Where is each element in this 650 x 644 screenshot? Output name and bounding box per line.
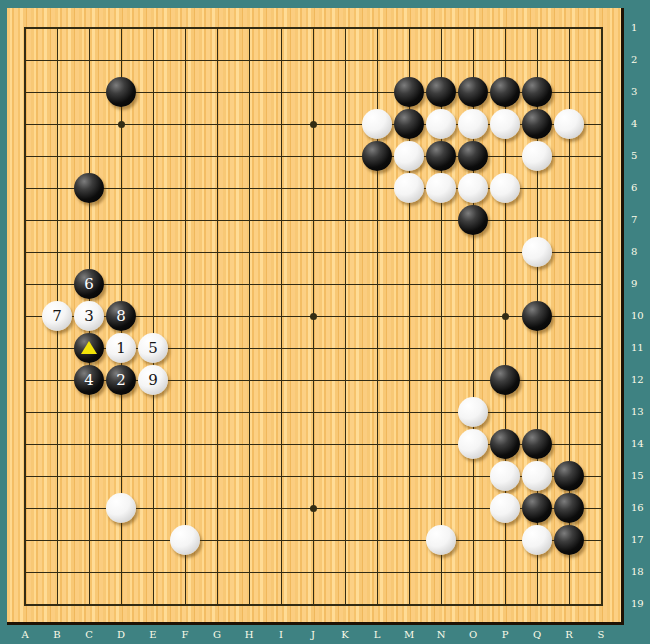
intersection-A4[interactable] (9, 108, 41, 140)
intersection-Q2[interactable] (521, 44, 553, 76)
intersection-L9[interactable] (361, 268, 393, 300)
intersection-E14[interactable] (137, 428, 169, 460)
intersection-K10[interactable] (329, 300, 361, 332)
intersection-Q13[interactable] (521, 396, 553, 428)
intersection-Q17[interactable] (521, 524, 553, 556)
intersection-A10[interactable] (9, 300, 41, 332)
intersection-B17[interactable] (41, 524, 73, 556)
intersection-R19[interactable] (553, 588, 585, 620)
intersection-K6[interactable] (329, 172, 361, 204)
intersection-B1[interactable] (41, 12, 73, 44)
intersection-N12[interactable] (425, 364, 457, 396)
intersection-I6[interactable] (265, 172, 297, 204)
intersection-I4[interactable] (265, 108, 297, 140)
intersection-D18[interactable] (105, 556, 137, 588)
intersection-O16[interactable] (457, 492, 489, 524)
intersection-B11[interactable] (41, 332, 73, 364)
intersection-P12[interactable] (489, 364, 521, 396)
intersection-F11[interactable] (169, 332, 201, 364)
intersection-C12[interactable]: 4 (73, 364, 105, 396)
intersection-F2[interactable] (169, 44, 201, 76)
intersection-M2[interactable] (393, 44, 425, 76)
intersection-R10[interactable] (553, 300, 585, 332)
intersection-E12[interactable]: 9 (137, 364, 169, 396)
intersection-H6[interactable] (233, 172, 265, 204)
intersection-N13[interactable] (425, 396, 457, 428)
intersection-G19[interactable] (201, 588, 233, 620)
intersection-B9[interactable] (41, 268, 73, 300)
intersection-R4[interactable] (553, 108, 585, 140)
intersection-J15[interactable] (297, 460, 329, 492)
intersection-O6[interactable] (457, 172, 489, 204)
intersection-F7[interactable] (169, 204, 201, 236)
intersection-S19[interactable] (585, 588, 617, 620)
intersection-F12[interactable] (169, 364, 201, 396)
intersection-D15[interactable] (105, 460, 137, 492)
intersection-F18[interactable] (169, 556, 201, 588)
intersection-L7[interactable] (361, 204, 393, 236)
intersection-E9[interactable] (137, 268, 169, 300)
intersection-H4[interactable] (233, 108, 265, 140)
intersection-R6[interactable] (553, 172, 585, 204)
intersection-C8[interactable] (73, 236, 105, 268)
intersection-E4[interactable] (137, 108, 169, 140)
intersection-C10[interactable]: 3 (73, 300, 105, 332)
intersection-L16[interactable] (361, 492, 393, 524)
intersection-M7[interactable] (393, 204, 425, 236)
intersection-B2[interactable] (41, 44, 73, 76)
intersection-E10[interactable] (137, 300, 169, 332)
intersection-B12[interactable] (41, 364, 73, 396)
intersection-I2[interactable] (265, 44, 297, 76)
intersection-D7[interactable] (105, 204, 137, 236)
intersection-A18[interactable] (9, 556, 41, 588)
intersection-E19[interactable] (137, 588, 169, 620)
intersection-Q16[interactable] (521, 492, 553, 524)
intersection-J13[interactable] (297, 396, 329, 428)
intersection-R13[interactable] (553, 396, 585, 428)
intersection-S11[interactable] (585, 332, 617, 364)
intersection-B6[interactable] (41, 172, 73, 204)
intersection-D17[interactable] (105, 524, 137, 556)
intersection-L4[interactable] (361, 108, 393, 140)
intersection-E13[interactable] (137, 396, 169, 428)
intersection-O13[interactable] (457, 396, 489, 428)
intersection-B8[interactable] (41, 236, 73, 268)
intersection-L13[interactable] (361, 396, 393, 428)
intersection-J4[interactable] (297, 108, 329, 140)
intersection-F5[interactable] (169, 140, 201, 172)
intersection-I5[interactable] (265, 140, 297, 172)
intersection-K1[interactable] (329, 12, 361, 44)
intersection-J16[interactable] (297, 492, 329, 524)
intersection-K19[interactable] (329, 588, 361, 620)
intersection-C1[interactable] (73, 12, 105, 44)
intersection-Q18[interactable] (521, 556, 553, 588)
intersection-E8[interactable] (137, 236, 169, 268)
intersection-C2[interactable] (73, 44, 105, 76)
intersection-A5[interactable] (9, 140, 41, 172)
intersection-B16[interactable] (41, 492, 73, 524)
intersection-S2[interactable] (585, 44, 617, 76)
intersection-S18[interactable] (585, 556, 617, 588)
intersection-C3[interactable] (73, 76, 105, 108)
intersection-A9[interactable] (9, 268, 41, 300)
intersection-S16[interactable] (585, 492, 617, 524)
intersection-D13[interactable] (105, 396, 137, 428)
intersection-A6[interactable] (9, 172, 41, 204)
intersection-M4[interactable] (393, 108, 425, 140)
intersection-H19[interactable] (233, 588, 265, 620)
intersection-I11[interactable] (265, 332, 297, 364)
intersection-R9[interactable] (553, 268, 585, 300)
intersection-G14[interactable] (201, 428, 233, 460)
intersection-E6[interactable] (137, 172, 169, 204)
intersection-N1[interactable] (425, 12, 457, 44)
intersection-G13[interactable] (201, 396, 233, 428)
intersection-S3[interactable] (585, 76, 617, 108)
intersection-N9[interactable] (425, 268, 457, 300)
intersection-R15[interactable] (553, 460, 585, 492)
intersection-S14[interactable] (585, 428, 617, 460)
intersection-Q11[interactable] (521, 332, 553, 364)
intersection-D3[interactable] (105, 76, 137, 108)
intersection-L19[interactable] (361, 588, 393, 620)
intersection-J19[interactable] (297, 588, 329, 620)
intersection-D16[interactable] (105, 492, 137, 524)
intersection-J8[interactable] (297, 236, 329, 268)
intersection-P11[interactable] (489, 332, 521, 364)
intersection-F16[interactable] (169, 492, 201, 524)
intersection-C7[interactable] (73, 204, 105, 236)
intersection-R11[interactable] (553, 332, 585, 364)
intersection-O18[interactable] (457, 556, 489, 588)
intersection-L12[interactable] (361, 364, 393, 396)
intersection-G10[interactable] (201, 300, 233, 332)
intersection-A16[interactable] (9, 492, 41, 524)
intersection-A2[interactable] (9, 44, 41, 76)
intersection-N17[interactable] (425, 524, 457, 556)
intersection-H14[interactable] (233, 428, 265, 460)
intersection-H12[interactable] (233, 364, 265, 396)
intersection-G11[interactable] (201, 332, 233, 364)
intersection-R5[interactable] (553, 140, 585, 172)
intersection-I1[interactable] (265, 12, 297, 44)
intersection-I13[interactable] (265, 396, 297, 428)
intersection-A3[interactable] (9, 76, 41, 108)
intersection-M16[interactable] (393, 492, 425, 524)
intersection-O3[interactable] (457, 76, 489, 108)
intersection-G15[interactable] (201, 460, 233, 492)
intersection-H17[interactable] (233, 524, 265, 556)
intersection-M13[interactable] (393, 396, 425, 428)
intersection-Q4[interactable] (521, 108, 553, 140)
intersection-P13[interactable] (489, 396, 521, 428)
intersection-H1[interactable] (233, 12, 265, 44)
intersection-B7[interactable] (41, 204, 73, 236)
intersection-Q5[interactable] (521, 140, 553, 172)
intersection-A12[interactable] (9, 364, 41, 396)
intersection-G16[interactable] (201, 492, 233, 524)
intersection-C18[interactable] (73, 556, 105, 588)
intersection-P4[interactable] (489, 108, 521, 140)
intersection-D4[interactable] (105, 108, 137, 140)
intersection-E1[interactable] (137, 12, 169, 44)
intersection-B5[interactable] (41, 140, 73, 172)
intersection-E17[interactable] (137, 524, 169, 556)
intersection-L17[interactable] (361, 524, 393, 556)
intersection-I8[interactable] (265, 236, 297, 268)
intersection-M10[interactable] (393, 300, 425, 332)
intersection-E7[interactable] (137, 204, 169, 236)
intersection-M11[interactable] (393, 332, 425, 364)
intersection-M17[interactable] (393, 524, 425, 556)
intersection-S1[interactable] (585, 12, 617, 44)
intersection-G18[interactable] (201, 556, 233, 588)
intersection-S9[interactable] (585, 268, 617, 300)
intersection-M12[interactable] (393, 364, 425, 396)
intersection-R3[interactable] (553, 76, 585, 108)
intersection-O15[interactable] (457, 460, 489, 492)
intersection-A19[interactable] (9, 588, 41, 620)
intersection-J9[interactable] (297, 268, 329, 300)
intersection-G8[interactable] (201, 236, 233, 268)
intersection-H10[interactable] (233, 300, 265, 332)
intersection-O1[interactable] (457, 12, 489, 44)
intersection-I19[interactable] (265, 588, 297, 620)
intersection-L18[interactable] (361, 556, 393, 588)
intersection-I17[interactable] (265, 524, 297, 556)
intersection-B13[interactable] (41, 396, 73, 428)
intersection-O12[interactable] (457, 364, 489, 396)
intersection-S12[interactable] (585, 364, 617, 396)
intersection-H16[interactable] (233, 492, 265, 524)
intersection-E5[interactable] (137, 140, 169, 172)
intersection-Q14[interactable] (521, 428, 553, 460)
intersection-N3[interactable] (425, 76, 457, 108)
intersection-I18[interactable] (265, 556, 297, 588)
intersection-F10[interactable] (169, 300, 201, 332)
intersection-R16[interactable] (553, 492, 585, 524)
intersection-K7[interactable] (329, 204, 361, 236)
intersection-K3[interactable] (329, 76, 361, 108)
intersection-J2[interactable] (297, 44, 329, 76)
intersection-P10[interactable] (489, 300, 521, 332)
intersection-N4[interactable] (425, 108, 457, 140)
intersection-O10[interactable] (457, 300, 489, 332)
intersection-N2[interactable] (425, 44, 457, 76)
intersection-H3[interactable] (233, 76, 265, 108)
intersection-I14[interactable] (265, 428, 297, 460)
intersection-M6[interactable] (393, 172, 425, 204)
intersection-S8[interactable] (585, 236, 617, 268)
intersection-G9[interactable] (201, 268, 233, 300)
intersection-L1[interactable] (361, 12, 393, 44)
intersection-K17[interactable] (329, 524, 361, 556)
intersection-I9[interactable] (265, 268, 297, 300)
intersection-H9[interactable] (233, 268, 265, 300)
intersection-E15[interactable] (137, 460, 169, 492)
intersection-A17[interactable] (9, 524, 41, 556)
intersection-R18[interactable] (553, 556, 585, 588)
intersection-Q9[interactable] (521, 268, 553, 300)
intersection-Q7[interactable] (521, 204, 553, 236)
intersection-C14[interactable] (73, 428, 105, 460)
intersection-D2[interactable] (105, 44, 137, 76)
intersection-O2[interactable] (457, 44, 489, 76)
intersection-Q19[interactable] (521, 588, 553, 620)
intersection-E2[interactable] (137, 44, 169, 76)
intersection-H8[interactable] (233, 236, 265, 268)
intersection-K2[interactable] (329, 44, 361, 76)
intersection-F14[interactable] (169, 428, 201, 460)
intersection-D14[interactable] (105, 428, 137, 460)
intersection-B19[interactable] (41, 588, 73, 620)
intersection-M19[interactable] (393, 588, 425, 620)
intersection-Q10[interactable] (521, 300, 553, 332)
intersection-K5[interactable] (329, 140, 361, 172)
intersection-L15[interactable] (361, 460, 393, 492)
intersection-G4[interactable] (201, 108, 233, 140)
intersection-F9[interactable] (169, 268, 201, 300)
intersection-F4[interactable] (169, 108, 201, 140)
intersection-H18[interactable] (233, 556, 265, 588)
intersection-O4[interactable] (457, 108, 489, 140)
intersection-L3[interactable] (361, 76, 393, 108)
intersection-O14[interactable] (457, 428, 489, 460)
intersection-F1[interactable] (169, 12, 201, 44)
intersection-Q8[interactable] (521, 236, 553, 268)
intersection-N11[interactable] (425, 332, 457, 364)
intersection-S4[interactable] (585, 108, 617, 140)
intersection-L5[interactable] (361, 140, 393, 172)
intersection-H13[interactable] (233, 396, 265, 428)
intersection-P15[interactable] (489, 460, 521, 492)
intersection-K11[interactable] (329, 332, 361, 364)
intersection-C13[interactable] (73, 396, 105, 428)
intersection-D19[interactable] (105, 588, 137, 620)
intersection-J1[interactable] (297, 12, 329, 44)
intersection-J6[interactable] (297, 172, 329, 204)
intersection-M14[interactable] (393, 428, 425, 460)
intersection-K12[interactable] (329, 364, 361, 396)
intersection-M3[interactable] (393, 76, 425, 108)
intersection-A1[interactable] (9, 12, 41, 44)
intersection-G7[interactable] (201, 204, 233, 236)
intersection-K13[interactable] (329, 396, 361, 428)
intersection-J5[interactable] (297, 140, 329, 172)
intersection-N16[interactable] (425, 492, 457, 524)
intersection-I12[interactable] (265, 364, 297, 396)
intersection-S7[interactable] (585, 204, 617, 236)
intersection-N5[interactable] (425, 140, 457, 172)
intersection-K9[interactable] (329, 268, 361, 300)
intersection-G6[interactable] (201, 172, 233, 204)
intersection-L8[interactable] (361, 236, 393, 268)
intersection-R7[interactable] (553, 204, 585, 236)
intersection-O19[interactable] (457, 588, 489, 620)
intersection-H7[interactable] (233, 204, 265, 236)
intersection-D11[interactable]: 1 (105, 332, 137, 364)
intersection-D6[interactable] (105, 172, 137, 204)
intersection-R1[interactable] (553, 12, 585, 44)
intersection-K15[interactable] (329, 460, 361, 492)
intersection-B14[interactable] (41, 428, 73, 460)
intersection-J14[interactable] (297, 428, 329, 460)
intersection-J12[interactable] (297, 364, 329, 396)
intersection-I16[interactable] (265, 492, 297, 524)
intersection-M5[interactable] (393, 140, 425, 172)
intersection-E3[interactable] (137, 76, 169, 108)
intersection-B10[interactable]: 7 (41, 300, 73, 332)
intersection-F15[interactable] (169, 460, 201, 492)
intersection-L2[interactable] (361, 44, 393, 76)
intersection-H11[interactable] (233, 332, 265, 364)
intersection-L10[interactable] (361, 300, 393, 332)
intersection-R8[interactable] (553, 236, 585, 268)
intersection-K16[interactable] (329, 492, 361, 524)
intersection-D8[interactable] (105, 236, 137, 268)
intersection-N8[interactable] (425, 236, 457, 268)
intersection-N19[interactable] (425, 588, 457, 620)
intersection-M8[interactable] (393, 236, 425, 268)
intersection-C5[interactable] (73, 140, 105, 172)
intersection-B18[interactable] (41, 556, 73, 588)
intersection-F13[interactable] (169, 396, 201, 428)
intersection-Q1[interactable] (521, 12, 553, 44)
intersection-O7[interactable] (457, 204, 489, 236)
intersection-S17[interactable] (585, 524, 617, 556)
intersection-M9[interactable] (393, 268, 425, 300)
intersection-O11[interactable] (457, 332, 489, 364)
intersection-P2[interactable] (489, 44, 521, 76)
intersection-J17[interactable] (297, 524, 329, 556)
intersection-Q3[interactable] (521, 76, 553, 108)
intersection-G17[interactable] (201, 524, 233, 556)
intersection-K8[interactable] (329, 236, 361, 268)
intersection-G3[interactable] (201, 76, 233, 108)
intersection-E11[interactable]: 5 (137, 332, 169, 364)
intersection-H15[interactable] (233, 460, 265, 492)
intersection-P9[interactable] (489, 268, 521, 300)
intersection-C17[interactable] (73, 524, 105, 556)
intersection-J10[interactable] (297, 300, 329, 332)
intersection-A13[interactable] (9, 396, 41, 428)
intersection-K18[interactable] (329, 556, 361, 588)
intersection-S10[interactable] (585, 300, 617, 332)
intersection-O17[interactable] (457, 524, 489, 556)
intersection-S13[interactable] (585, 396, 617, 428)
intersection-C6[interactable] (73, 172, 105, 204)
intersection-D10[interactable]: 8 (105, 300, 137, 332)
intersection-N18[interactable] (425, 556, 457, 588)
intersection-N15[interactable] (425, 460, 457, 492)
intersection-E16[interactable] (137, 492, 169, 524)
intersection-C19[interactable] (73, 588, 105, 620)
intersection-K14[interactable] (329, 428, 361, 460)
intersection-C4[interactable] (73, 108, 105, 140)
intersection-K4[interactable] (329, 108, 361, 140)
intersection-E18[interactable] (137, 556, 169, 588)
intersection-L11[interactable] (361, 332, 393, 364)
intersection-O8[interactable] (457, 236, 489, 268)
intersection-B4[interactable] (41, 108, 73, 140)
intersection-G12[interactable] (201, 364, 233, 396)
intersection-O5[interactable] (457, 140, 489, 172)
intersection-J11[interactable] (297, 332, 329, 364)
intersection-R2[interactable] (553, 44, 585, 76)
intersection-N14[interactable] (425, 428, 457, 460)
